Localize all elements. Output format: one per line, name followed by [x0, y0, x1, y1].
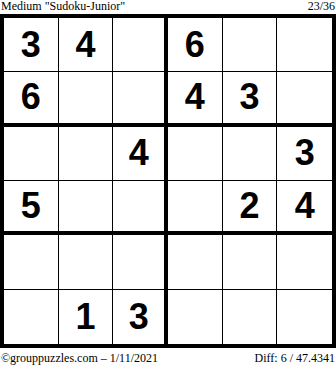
cell-r5c4[interactable] [168, 235, 223, 289]
cell-r6c1[interactable] [4, 290, 59, 344]
cell-r2c6[interactable] [277, 72, 332, 126]
cell-r4c3[interactable] [113, 181, 168, 235]
cell-r1c5[interactable] [223, 18, 278, 72]
clue-counter: 23/36 [308, 0, 335, 13]
header: Medium "Sudoku-Junior" 23/36 [0, 0, 336, 14]
cell-r2c2[interactable] [59, 72, 114, 126]
cell-r5c5[interactable] [223, 235, 278, 289]
cell-r6c3: 3 [113, 290, 168, 344]
cell-r1c1: 3 [4, 18, 59, 72]
cell-r3c3: 4 [113, 127, 168, 181]
puzzle-page: Medium "Sudoku-Junior" 23/36 34664343524… [0, 0, 336, 370]
cell-r6c2: 1 [59, 290, 114, 344]
cell-r6c5[interactable] [223, 290, 278, 344]
cell-r1c3[interactable] [113, 18, 168, 72]
cell-r4c2[interactable] [59, 181, 114, 235]
cell-r6c4[interactable] [168, 290, 223, 344]
cell-r1c2: 4 [59, 18, 114, 72]
cell-r5c2[interactable] [59, 235, 114, 289]
cell-r4c4[interactable] [168, 181, 223, 235]
footer: ©grouppuzzles.com – 1/11/2021 Diff: 6 / … [0, 351, 336, 369]
sudoku-board: 3466434352413 [0, 14, 336, 348]
cell-r5c1[interactable] [4, 235, 59, 289]
cell-r3c1[interactable] [4, 127, 59, 181]
cell-r5c3[interactable] [113, 235, 168, 289]
cell-r3c2[interactable] [59, 127, 114, 181]
cell-r3c6: 3 [277, 127, 332, 181]
cell-r2c4: 4 [168, 72, 223, 126]
cell-r5c6[interactable] [277, 235, 332, 289]
cell-r4c6: 4 [277, 181, 332, 235]
cell-r1c4: 6 [168, 18, 223, 72]
copyright-date: ©grouppuzzles.com – 1/11/2021 [1, 351, 158, 365]
cell-r1c6[interactable] [277, 18, 332, 72]
cell-r4c5: 2 [223, 181, 278, 235]
cell-r4c1: 5 [4, 181, 59, 235]
cell-r3c5[interactable] [223, 127, 278, 181]
cell-r2c5: 3 [223, 72, 278, 126]
cell-r3c4[interactable] [168, 127, 223, 181]
cell-r2c1: 6 [4, 72, 59, 126]
puzzle-title: Medium "Sudoku-Junior" [1, 0, 125, 13]
cell-r2c3[interactable] [113, 72, 168, 126]
cell-r6c6[interactable] [277, 290, 332, 344]
difficulty-rating: Diff: 6 / 47.4341 [255, 351, 335, 365]
